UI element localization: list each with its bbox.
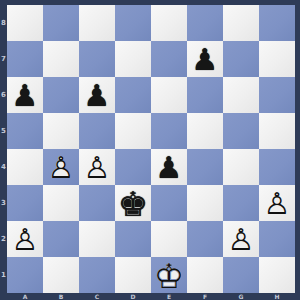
white-pawn-outline: ♙: [7, 221, 43, 257]
rank-label-6: 6: [0, 77, 7, 113]
file-label-g: G: [223, 293, 259, 300]
square-d6[interactable]: [115, 77, 151, 113]
file-label-h: H: [259, 293, 295, 300]
white-pawn-glyph: ♟: [259, 185, 295, 221]
file-label-f: F: [187, 293, 223, 300]
black-pawn-glyph: ♟: [151, 149, 187, 185]
square-a8[interactable]: [7, 5, 43, 41]
rank-label-5: 5: [0, 113, 7, 149]
rank-label-3: 3: [0, 185, 7, 221]
rank-label-8: 8: [0, 5, 7, 41]
square-g7[interactable]: [223, 41, 259, 77]
square-g1[interactable]: [223, 257, 259, 293]
square-c8[interactable]: [79, 5, 115, 41]
square-c3[interactable]: [79, 185, 115, 221]
file-label-e: E: [151, 293, 187, 300]
file-label-a: A: [7, 293, 43, 300]
white-pawn-glyph: ♟: [43, 149, 79, 185]
white-pawn-outline: ♙: [259, 185, 295, 221]
black-pawn: ♟: [187, 41, 223, 77]
square-c7[interactable]: [79, 41, 115, 77]
board: ♟♟♟♟♙♟♙♟♚♟♙♟♙♟♙♚♔: [7, 5, 295, 293]
square-g8[interactable]: [223, 5, 259, 41]
rank-label-7: 7: [0, 41, 7, 77]
square-h7[interactable]: [259, 41, 295, 77]
square-e6[interactable]: [151, 77, 187, 113]
square-b3[interactable]: [43, 185, 79, 221]
white-pawn-outline: ♙: [43, 149, 79, 185]
square-d8[interactable]: [115, 5, 151, 41]
black-pawn-glyph: ♟: [187, 41, 223, 77]
rank-label-4: 4: [0, 149, 7, 185]
square-e7[interactable]: [151, 41, 187, 77]
square-h2[interactable]: [259, 221, 295, 257]
square-d7[interactable]: [115, 41, 151, 77]
square-h8[interactable]: [259, 5, 295, 41]
square-c6[interactable]: ♟: [79, 77, 115, 113]
black-pawn: ♟: [7, 77, 43, 113]
square-a3[interactable]: [7, 185, 43, 221]
chess-diagram: ♟♟♟♟♙♟♙♟♚♟♙♟♙♟♙♚♔ 87654321 ABCDEFGH: [0, 0, 300, 300]
white-pawn: ♟♙: [223, 221, 259, 257]
white-pawn: ♟♙: [79, 149, 115, 185]
square-f3[interactable]: [187, 185, 223, 221]
square-c5[interactable]: [79, 113, 115, 149]
square-d4[interactable]: [115, 149, 151, 185]
file-label-c: C: [79, 293, 115, 300]
square-h6[interactable]: [259, 77, 295, 113]
white-pawn-outline: ♙: [79, 149, 115, 185]
rank-label-2: 2: [0, 221, 7, 257]
square-b5[interactable]: [43, 113, 79, 149]
square-h5[interactable]: [259, 113, 295, 149]
square-c4[interactable]: ♟♙: [79, 149, 115, 185]
square-h3[interactable]: ♟♙: [259, 185, 295, 221]
square-a2[interactable]: ♟♙: [7, 221, 43, 257]
square-f2[interactable]: [187, 221, 223, 257]
square-a5[interactable]: [7, 113, 43, 149]
square-f7[interactable]: ♟: [187, 41, 223, 77]
square-e4[interactable]: ♟: [151, 149, 187, 185]
square-b7[interactable]: [43, 41, 79, 77]
square-f6[interactable]: [187, 77, 223, 113]
white-pawn: ♟♙: [259, 185, 295, 221]
square-b2[interactable]: [43, 221, 79, 257]
square-g3[interactable]: [223, 185, 259, 221]
square-b1[interactable]: [43, 257, 79, 293]
square-e3[interactable]: [151, 185, 187, 221]
square-c1[interactable]: [79, 257, 115, 293]
square-e1[interactable]: ♚♔: [151, 257, 187, 293]
square-f5[interactable]: [187, 113, 223, 149]
white-pawn: ♟♙: [7, 221, 43, 257]
black-king: ♚: [115, 185, 151, 221]
black-king-glyph: ♚: [115, 185, 151, 221]
square-f1[interactable]: [187, 257, 223, 293]
white-pawn-glyph: ♟: [223, 221, 259, 257]
black-pawn: ♟: [151, 149, 187, 185]
square-h1[interactable]: [259, 257, 295, 293]
square-e8[interactable]: [151, 5, 187, 41]
file-label-d: D: [115, 293, 151, 300]
white-pawn-outline: ♙: [223, 221, 259, 257]
square-g4[interactable]: [223, 149, 259, 185]
square-e5[interactable]: [151, 113, 187, 149]
square-a4[interactable]: [7, 149, 43, 185]
black-pawn: ♟: [79, 77, 115, 113]
white-king-glyph: ♚: [151, 257, 187, 293]
square-b8[interactable]: [43, 5, 79, 41]
square-d3[interactable]: ♚: [115, 185, 151, 221]
square-a1[interactable]: [7, 257, 43, 293]
black-pawn-glyph: ♟: [79, 77, 115, 113]
square-g5[interactable]: [223, 113, 259, 149]
file-label-b: B: [43, 293, 79, 300]
rank-label-1: 1: [0, 257, 7, 293]
white-king: ♚♔: [151, 257, 187, 293]
square-g2[interactable]: ♟♙: [223, 221, 259, 257]
square-d2[interactable]: [115, 221, 151, 257]
square-a7[interactable]: [7, 41, 43, 77]
square-h4[interactable]: [259, 149, 295, 185]
white-pawn-glyph: ♟: [7, 221, 43, 257]
white-pawn: ♟♙: [43, 149, 79, 185]
square-c2[interactable]: [79, 221, 115, 257]
square-e2[interactable]: [151, 221, 187, 257]
square-d1[interactable]: [115, 257, 151, 293]
square-b4[interactable]: ♟♙: [43, 149, 79, 185]
square-g6[interactable]: [223, 77, 259, 113]
white-pawn-glyph: ♟: [79, 149, 115, 185]
square-f8[interactable]: [187, 5, 223, 41]
square-f4[interactable]: [187, 149, 223, 185]
white-king-outline: ♔: [151, 257, 187, 293]
black-pawn-glyph: ♟: [7, 77, 43, 113]
square-d5[interactable]: [115, 113, 151, 149]
square-a6[interactable]: ♟: [7, 77, 43, 113]
square-b6[interactable]: [43, 77, 79, 113]
